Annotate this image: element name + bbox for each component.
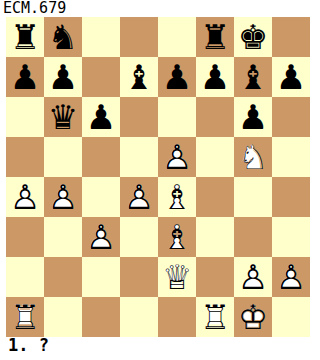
square-d6[interactable] [120, 97, 158, 137]
square-a8[interactable]: ♜ [6, 17, 44, 57]
black-pawn-h7[interactable]: ♟ [272, 57, 310, 97]
square-a7[interactable]: ♟ [6, 57, 44, 97]
white-pawn-a4[interactable]: ♟♙ [6, 177, 44, 217]
black-bishop-d7[interactable]: ♝ [120, 57, 158, 97]
black-pawn-e7[interactable]: ♟ [158, 57, 196, 97]
chess-board: ♜♞♜♚♟♟♝♟♟♝♟♛♟♟♟♙♞♘♟♙♟♙♟♙♝♗♟♙♝♗♛♕♟♙♟♙♜♖♜♖… [6, 17, 310, 337]
white-pawn-b4[interactable]: ♟♙ [44, 177, 82, 217]
square-e8[interactable] [158, 17, 196, 57]
square-h2[interactable]: ♟♙ [272, 257, 310, 297]
square-a2[interactable] [6, 257, 44, 297]
square-f1[interactable]: ♜♖ [196, 297, 234, 337]
square-h4[interactable] [272, 177, 310, 217]
square-g1[interactable]: ♚♔ [234, 297, 272, 337]
square-b5[interactable] [44, 137, 82, 177]
white-pawn-e5[interactable]: ♟♙ [158, 137, 196, 177]
square-f2[interactable] [196, 257, 234, 297]
square-a6[interactable] [6, 97, 44, 137]
square-f7[interactable]: ♟ [196, 57, 234, 97]
square-g2[interactable]: ♟♙ [234, 257, 272, 297]
white-pawn-c3[interactable]: ♟♙ [82, 217, 120, 257]
square-d5[interactable] [120, 137, 158, 177]
square-a4[interactable]: ♟♙ [6, 177, 44, 217]
black-queen-b6[interactable]: ♛ [44, 97, 82, 137]
white-pawn-h2[interactable]: ♟♙ [272, 257, 310, 297]
square-c1[interactable] [82, 297, 120, 337]
white-queen-e2[interactable]: ♛♕ [158, 257, 196, 297]
black-knight-b8[interactable]: ♞ [44, 17, 82, 57]
white-pawn-d4[interactable]: ♟♙ [120, 177, 158, 217]
square-f3[interactable] [196, 217, 234, 257]
square-c3[interactable]: ♟♙ [82, 217, 120, 257]
square-h1[interactable] [272, 297, 310, 337]
square-h5[interactable] [272, 137, 310, 177]
square-d4[interactable]: ♟♙ [120, 177, 158, 217]
square-a3[interactable] [6, 217, 44, 257]
square-b2[interactable] [44, 257, 82, 297]
white-rook-f1[interactable]: ♜♖ [196, 297, 234, 337]
move-prompt: 1. ? [8, 335, 49, 355]
square-a5[interactable] [6, 137, 44, 177]
square-h7[interactable]: ♟ [272, 57, 310, 97]
square-e4[interactable]: ♝♗ [158, 177, 196, 217]
square-b8[interactable]: ♞ [44, 17, 82, 57]
square-e2[interactable]: ♛♕ [158, 257, 196, 297]
square-d8[interactable] [120, 17, 158, 57]
white-rook-a1[interactable]: ♜♖ [6, 297, 44, 337]
square-b1[interactable] [44, 297, 82, 337]
square-g8[interactable]: ♚ [234, 17, 272, 57]
square-e7[interactable]: ♟ [158, 57, 196, 97]
white-bishop-e3[interactable]: ♝♗ [158, 217, 196, 257]
square-e1[interactable] [158, 297, 196, 337]
square-g5[interactable]: ♞♘ [234, 137, 272, 177]
square-c6[interactable]: ♟ [82, 97, 120, 137]
square-f6[interactable] [196, 97, 234, 137]
black-pawn-c6[interactable]: ♟ [82, 97, 120, 137]
square-c8[interactable] [82, 17, 120, 57]
square-f5[interactable] [196, 137, 234, 177]
black-pawn-b7[interactable]: ♟ [44, 57, 82, 97]
square-c5[interactable] [82, 137, 120, 177]
square-f4[interactable] [196, 177, 234, 217]
square-h6[interactable] [272, 97, 310, 137]
square-f8[interactable]: ♜ [196, 17, 234, 57]
black-bishop-g7[interactable]: ♝ [234, 57, 272, 97]
square-b6[interactable]: ♛ [44, 97, 82, 137]
black-king-g8[interactable]: ♚ [234, 17, 272, 57]
square-d2[interactable] [120, 257, 158, 297]
square-b4[interactable]: ♟♙ [44, 177, 82, 217]
black-rook-f8[interactable]: ♜ [196, 17, 234, 57]
square-a1[interactable]: ♜♖ [6, 297, 44, 337]
square-b3[interactable] [44, 217, 82, 257]
square-h8[interactable] [272, 17, 310, 57]
square-b7[interactable]: ♟ [44, 57, 82, 97]
square-c4[interactable] [82, 177, 120, 217]
square-g3[interactable] [234, 217, 272, 257]
black-rook-a8[interactable]: ♜ [6, 17, 44, 57]
square-g6[interactable]: ♟ [234, 97, 272, 137]
square-c7[interactable] [82, 57, 120, 97]
white-pawn-g2[interactable]: ♟♙ [234, 257, 272, 297]
black-pawn-f7[interactable]: ♟ [196, 57, 234, 97]
square-c2[interactable] [82, 257, 120, 297]
square-h3[interactable] [272, 217, 310, 257]
white-king-g1[interactable]: ♚♔ [234, 297, 272, 337]
square-d7[interactable]: ♝ [120, 57, 158, 97]
black-pawn-a7[interactable]: ♟ [6, 57, 44, 97]
white-knight-g5[interactable]: ♞♘ [234, 137, 272, 177]
square-g4[interactable] [234, 177, 272, 217]
square-e5[interactable]: ♟♙ [158, 137, 196, 177]
square-d3[interactable] [120, 217, 158, 257]
square-e3[interactable]: ♝♗ [158, 217, 196, 257]
white-bishop-e4[interactable]: ♝♗ [158, 177, 196, 217]
square-d1[interactable] [120, 297, 158, 337]
square-g7[interactable]: ♝ [234, 57, 272, 97]
black-pawn-g6[interactable]: ♟ [234, 97, 272, 137]
puzzle-title: ECM.679 [3, 0, 66, 17]
square-e6[interactable] [158, 97, 196, 137]
